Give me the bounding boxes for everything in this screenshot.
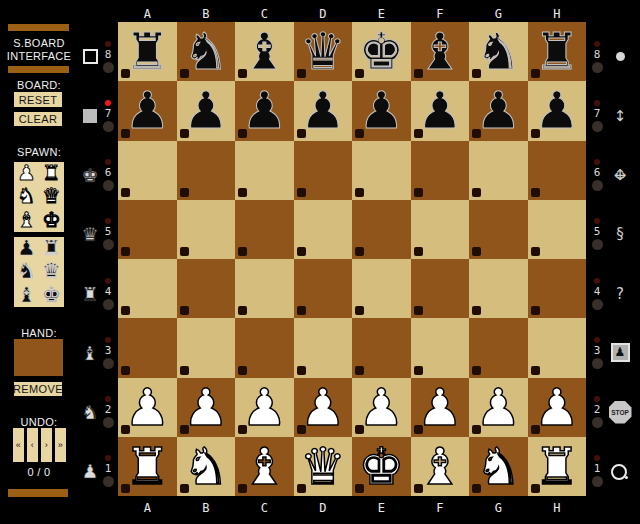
square-b1[interactable]: ♞ (177, 437, 236, 496)
square-marker (297, 484, 306, 493)
square-a1[interactable]: ♜ (118, 437, 177, 496)
rank-label-6: 6 (105, 167, 112, 178)
rank-label-1: 1 (105, 463, 112, 474)
rank-indicator-column: 4 (100, 278, 116, 310)
square-marker (180, 306, 189, 315)
move-icon[interactable]: ↔↕ (611, 166, 629, 184)
right-rail-rank-8: 8 (589, 33, 635, 81)
rank-4-button[interactable] (592, 299, 603, 310)
rank-label-7: 7 (105, 108, 112, 119)
undo-all-button[interactable]: « (13, 428, 24, 462)
square-f5[interactable] (411, 200, 470, 259)
rail-icon-slot (605, 462, 635, 480)
rank-6-button[interactable] (592, 180, 603, 191)
sidebar-bottom-divider (8, 489, 68, 497)
file-label-g: G (469, 501, 528, 515)
right-rail-rank-6: 6↔↕ (589, 151, 635, 199)
reset-button[interactable]: RESET (14, 92, 62, 107)
bishop-icon: ♝ (81, 343, 98, 363)
file-labels-top: ABCDEFGH (118, 7, 586, 21)
white-square-icon (83, 49, 98, 64)
rank-label-1: 1 (594, 463, 601, 474)
square-g8[interactable]: ♞ (469, 22, 528, 81)
clear-button[interactable]: CLEAR (14, 112, 62, 126)
rank-5-button[interactable] (103, 239, 114, 250)
square-f7[interactable]: ♟ (411, 81, 470, 140)
square-marker (355, 484, 364, 493)
square-marker (355, 188, 364, 197)
square-marker (472, 69, 481, 78)
rail-icon-slot (80, 49, 100, 64)
rank-2-button[interactable] (103, 417, 114, 428)
square-e7[interactable]: ♟ (352, 81, 411, 140)
spawn-black-king[interactable]: ♚ (42, 284, 61, 307)
square-f3[interactable] (411, 318, 470, 377)
square-c4[interactable] (235, 259, 294, 318)
undo-button[interactable]: ‹ (27, 428, 38, 462)
sboard-interface-app: S.BOARD INTERFACE BOARD: RESET CLEAR SPA… (0, 0, 640, 524)
square-f4[interactable] (411, 259, 470, 318)
file-label-a: A (118, 7, 177, 21)
square-f8[interactable]: ♝ (411, 22, 470, 81)
rank-label-4: 4 (105, 286, 112, 297)
file-label-e: E (352, 501, 411, 515)
rail-icon-slot: ? (605, 286, 635, 302)
square-marker (472, 247, 481, 256)
rank-label-2: 2 (594, 404, 601, 415)
rank-7-button[interactable] (592, 121, 603, 132)
square-marker (414, 484, 423, 493)
square-marker (355, 366, 364, 375)
redo-button[interactable]: › (41, 428, 52, 462)
square-e6[interactable] (352, 141, 411, 200)
rail-icon-slot: ♞ (80, 402, 100, 422)
rank-3-button[interactable] (103, 358, 114, 369)
right-rail-rank-3: 3♟ (589, 329, 635, 377)
queen-icon: ♛ (81, 224, 98, 244)
spawn-white-rook[interactable]: ♜ (42, 162, 61, 185)
square-marker (121, 366, 130, 375)
square-marker (414, 247, 423, 256)
left-rail-rank-3: ♝3 (80, 329, 116, 377)
square-a4[interactable] (118, 259, 177, 318)
rank-indicator-column: 6 (100, 159, 116, 191)
square-marker (180, 484, 189, 493)
square-c1[interactable]: ♝ (235, 437, 294, 496)
rank-label-7: 7 (594, 108, 601, 119)
rank-4-button[interactable] (103, 299, 114, 310)
rank-label-2: 2 (105, 404, 112, 415)
square-marker (472, 306, 481, 315)
rank-3-led (594, 337, 600, 343)
square-marker (414, 69, 423, 78)
app-title-line1: S.BOARD (0, 37, 78, 49)
right-rail-rank-2: 2STOP (589, 388, 635, 436)
square-g2[interactable]: ♟ (469, 378, 528, 437)
square-a8[interactable]: ♜ (118, 22, 177, 81)
square-marker (472, 484, 481, 493)
boxed-pawn-icon[interactable]: ♟ (611, 343, 630, 362)
square-marker (414, 425, 423, 434)
spawn-black-pawn[interactable]: ♟ (17, 237, 36, 260)
right-rail-rank-1: 1 (589, 447, 635, 495)
square-c3[interactable] (235, 318, 294, 377)
square-marker (297, 425, 306, 434)
square-marker (121, 69, 130, 78)
square-marker (238, 69, 247, 78)
square-h2[interactable]: ♟ (528, 378, 587, 437)
rank-8-led (105, 41, 111, 47)
square-g5[interactable] (469, 200, 528, 259)
rank-1-led (594, 455, 600, 461)
rank-8-button[interactable] (103, 62, 114, 73)
hand-section-label: HAND: (0, 327, 78, 339)
square-marker (531, 69, 540, 78)
rank-5-button[interactable] (592, 239, 603, 250)
square-marker (238, 129, 247, 138)
square-d4[interactable] (294, 259, 353, 318)
rank-indicator-column: 5 (100, 218, 116, 250)
file-label-f: F (411, 501, 470, 515)
rank-indicator-column: 3 (100, 337, 116, 369)
square-marker (238, 425, 247, 434)
rank-indicator-column: 1 (589, 455, 605, 487)
rank-2-led (594, 396, 600, 402)
left-rail-rank-4: ♜4 (80, 270, 116, 318)
spawn-section-label: SPAWN: (0, 146, 78, 158)
square-marker (472, 425, 481, 434)
square-d8[interactable]: ♛ (294, 22, 353, 81)
square-d1[interactable]: ♛ (294, 437, 353, 496)
square-c2[interactable]: ♟ (235, 378, 294, 437)
file-label-h: H (528, 7, 587, 21)
rank-3-led (105, 337, 111, 343)
file-labels-bottom: ABCDEFGH (118, 501, 586, 515)
square-a2[interactable]: ♟ (118, 378, 177, 437)
spawn-black-rook[interactable]: ♜ (42, 237, 61, 260)
board-section-label: BOARD: (0, 79, 78, 91)
file-label-g: G (469, 7, 528, 21)
rank-indicator-column: 4 (589, 278, 605, 310)
square-b4[interactable] (177, 259, 236, 318)
square-h5[interactable] (528, 200, 587, 259)
square-marker (121, 188, 130, 197)
gray-square-icon (83, 109, 97, 123)
square-g7[interactable]: ♟ (469, 81, 528, 140)
rank-3-button[interactable] (592, 358, 603, 369)
rank-6-button[interactable] (103, 180, 114, 191)
square-c6[interactable] (235, 141, 294, 200)
square-h4[interactable] (528, 259, 587, 318)
square-marker (531, 366, 540, 375)
square-a6[interactable] (118, 141, 177, 200)
right-rail-rank-7: 7↕ (589, 92, 635, 140)
square-g1[interactable]: ♞ (469, 437, 528, 496)
chess-board: ♜♞♝♛♚♝♞♜♟♟♟♟♟♟♟♟♟♟♟♟♟♟♟♟♜♞♝♛♚♝♞♜ (118, 22, 586, 496)
square-c5[interactable] (235, 200, 294, 259)
rank-indicator-column: 7 (100, 100, 116, 132)
rail-icon-slot: STOP (605, 401, 635, 424)
file-label-c: C (235, 7, 294, 21)
square-marker (414, 366, 423, 375)
hand-slot[interactable] (14, 339, 63, 376)
rank-label-5: 5 (105, 226, 112, 237)
square-marker (531, 425, 540, 434)
square-h7[interactable]: ♟ (528, 81, 587, 140)
square-marker (531, 484, 540, 493)
rook-icon: ♜ (81, 284, 98, 304)
knight-icon: ♞ (81, 402, 98, 422)
file-label-f: F (411, 7, 470, 21)
right-rail-rank-5: 5§ (589, 210, 635, 258)
rail-icon-slot: ♝ (80, 343, 100, 363)
square-marker (238, 366, 247, 375)
square-marker (121, 129, 130, 138)
rank-indicator-column: 2 (100, 396, 116, 428)
square-marker (180, 366, 189, 375)
rank-label-8: 8 (105, 49, 112, 60)
square-marker (238, 306, 247, 315)
spawn-white-panel: ♟♜♞♛♝♚ (14, 162, 64, 232)
square-marker (531, 306, 540, 315)
square-c8[interactable]: ♝ (235, 22, 294, 81)
rank-6-led (594, 159, 600, 165)
sidebar-top-divider (8, 24, 69, 31)
rank-2-led (105, 396, 111, 402)
square-marker (180, 247, 189, 256)
dot-icon (616, 52, 625, 61)
square-b2[interactable]: ♟ (177, 378, 236, 437)
square-marker (531, 129, 540, 138)
spawn-white-bishop[interactable]: ♝ (17, 209, 36, 232)
square-d6[interactable] (294, 141, 353, 200)
app-title-line2: INTERFACE (0, 50, 78, 62)
square-marker (121, 306, 130, 315)
square-e2[interactable]: ♟ (352, 378, 411, 437)
rank-2-button[interactable] (592, 417, 603, 428)
rank-6-led (105, 159, 111, 165)
file-label-h: H (528, 501, 587, 515)
square-marker (472, 188, 481, 197)
rail-icon-slot: ↔↕ (605, 166, 635, 184)
rank-indicator-column: 6 (589, 159, 605, 191)
pawn-icon: ♟ (81, 461, 98, 481)
rank-5-led (594, 218, 600, 224)
square-marker (531, 247, 540, 256)
square-e8[interactable]: ♚ (352, 22, 411, 81)
section-icon[interactable]: § (616, 226, 624, 242)
right-rail-rank-4: 4? (589, 270, 635, 318)
square-marker (238, 188, 247, 197)
square-marker (355, 425, 364, 434)
square-e1[interactable]: ♚ (352, 437, 411, 496)
rank-7-button[interactable] (103, 121, 114, 132)
file-label-d: D (294, 501, 353, 515)
rank-indicator-column: 7 (589, 100, 605, 132)
spawn-white-king[interactable]: ♚ (42, 209, 61, 232)
square-f2[interactable]: ♟ (411, 378, 470, 437)
spawn-white-queen[interactable]: ♛ (42, 185, 61, 208)
rank-4-led (594, 278, 600, 284)
rank-1-led (105, 455, 111, 461)
square-d5[interactable] (294, 200, 353, 259)
square-d3[interactable] (294, 318, 353, 377)
rank-label-3: 3 (594, 345, 601, 356)
left-rail-rank-1: ♟1 (80, 447, 116, 495)
square-b7[interactable]: ♟ (177, 81, 236, 140)
spawn-black-queen[interactable]: ♛ (42, 260, 61, 283)
square-marker (121, 425, 130, 434)
rail-icon-slot: ♟ (80, 461, 100, 481)
left-rail-rank-8: 8 (80, 33, 116, 81)
square-b8[interactable]: ♞ (177, 22, 236, 81)
square-marker (297, 69, 306, 78)
file-label-b: B (177, 501, 236, 515)
rail-icon-slot: ♚ (80, 165, 100, 185)
square-c7[interactable]: ♟ (235, 81, 294, 140)
sidebar-title-divider (8, 66, 69, 73)
square-marker (414, 129, 423, 138)
square-a7[interactable]: ♟ (118, 81, 177, 140)
spawn-white-knight[interactable]: ♞ (17, 185, 36, 208)
square-marker (355, 129, 364, 138)
square-b5[interactable] (177, 200, 236, 259)
rank-indicator-column: 1 (100, 455, 116, 487)
square-a5[interactable] (118, 200, 177, 259)
rail-icon-slot (605, 52, 635, 61)
rank-label-4: 4 (594, 286, 601, 297)
square-marker (297, 366, 306, 375)
rank-label-3: 3 (105, 345, 112, 356)
square-marker (355, 306, 364, 315)
square-marker (297, 129, 306, 138)
square-a3[interactable] (118, 318, 177, 377)
rail-icon-slot: ♛ (80, 224, 100, 244)
square-marker (297, 247, 306, 256)
square-h6[interactable] (528, 141, 587, 200)
square-marker (414, 188, 423, 197)
rail-icon-slot: ♟ (605, 343, 635, 362)
undo-counter: 0 / 0 (0, 466, 78, 478)
rank-5-led (105, 218, 111, 224)
question-icon[interactable]: ? (616, 286, 624, 302)
square-marker (472, 366, 481, 375)
square-f1[interactable]: ♝ (411, 437, 470, 496)
rank-label-8: 8 (594, 49, 601, 60)
spawn-black-panel: ♟♜♞♛♝♚ (14, 237, 64, 307)
square-d7[interactable]: ♟ (294, 81, 353, 140)
square-marker (531, 188, 540, 197)
square-e3[interactable] (352, 318, 411, 377)
left-rail-rank-5: ♛5 (80, 210, 116, 258)
rank-indicator-column: 8 (589, 41, 605, 73)
square-marker (238, 247, 247, 256)
rank-8-button[interactable] (592, 62, 603, 73)
rank-indicator-column: 8 (100, 41, 116, 73)
spawn-black-bishop[interactable]: ♝ (17, 284, 36, 307)
square-e4[interactable] (352, 259, 411, 318)
square-marker (355, 247, 364, 256)
rank-indicator-column: 3 (589, 337, 605, 369)
square-f6[interactable] (411, 141, 470, 200)
square-marker (355, 69, 364, 78)
rank-1-button[interactable] (103, 476, 114, 487)
square-e5[interactable] (352, 200, 411, 259)
file-label-b: B (177, 7, 236, 21)
rail-icon-slot: § (605, 226, 635, 242)
rank-label-5: 5 (594, 226, 601, 237)
file-label-a: A (118, 501, 177, 515)
square-marker (297, 306, 306, 315)
king-icon: ♚ (81, 165, 98, 185)
square-marker (180, 425, 189, 434)
circle-dot-icon[interactable] (611, 462, 629, 480)
rank-label-6: 6 (594, 167, 601, 178)
undo-controls: «‹›» (13, 428, 66, 462)
remove-button[interactable]: REMOVE (14, 382, 62, 396)
rank-7-led (105, 100, 111, 106)
file-label-c: C (235, 501, 294, 515)
square-d2[interactable]: ♟ (294, 378, 353, 437)
square-h1[interactable]: ♜ (528, 437, 587, 496)
rank-1-button[interactable] (592, 476, 603, 487)
file-label-e: E (352, 7, 411, 21)
square-marker (121, 484, 130, 493)
rank-7-led (594, 100, 600, 106)
spawn-white-pawn[interactable]: ♟ (17, 162, 36, 185)
square-g6[interactable] (469, 141, 528, 200)
square-b3[interactable] (177, 318, 236, 377)
left-rail-rank-2: ♞2 (80, 388, 116, 436)
file-label-d: D (294, 7, 353, 21)
square-marker (180, 129, 189, 138)
square-g4[interactable] (469, 259, 528, 318)
square-marker (414, 306, 423, 315)
rank-indicator-column: 2 (589, 396, 605, 428)
left-rail-rank-7: 7 (80, 92, 116, 140)
square-h8[interactable]: ♜ (528, 22, 587, 81)
rank-8-led (594, 41, 600, 47)
square-marker (180, 69, 189, 78)
square-b6[interactable] (177, 141, 236, 200)
rail-icon-slot (80, 109, 100, 123)
rank-indicator-column: 5 (589, 218, 605, 250)
square-marker (238, 484, 247, 493)
square-marker (180, 188, 189, 197)
square-marker (472, 129, 481, 138)
square-g3[interactable] (469, 318, 528, 377)
redo-all-button[interactable]: » (55, 428, 66, 462)
square-h3[interactable] (528, 318, 587, 377)
vertical-arrows-icon[interactable]: ↕ (614, 108, 627, 124)
square-marker (297, 188, 306, 197)
stop-icon[interactable]: STOP (609, 401, 632, 424)
rail-icon-slot: ♜ (80, 284, 100, 304)
spawn-black-knight[interactable]: ♞ (17, 260, 36, 283)
rank-4-led (105, 278, 111, 284)
rail-icon-slot: ↕ (605, 108, 635, 124)
left-rail-rank-6: ♚6 (80, 151, 116, 199)
square-marker (121, 247, 130, 256)
undo-section-label: UNDO: (0, 416, 78, 428)
